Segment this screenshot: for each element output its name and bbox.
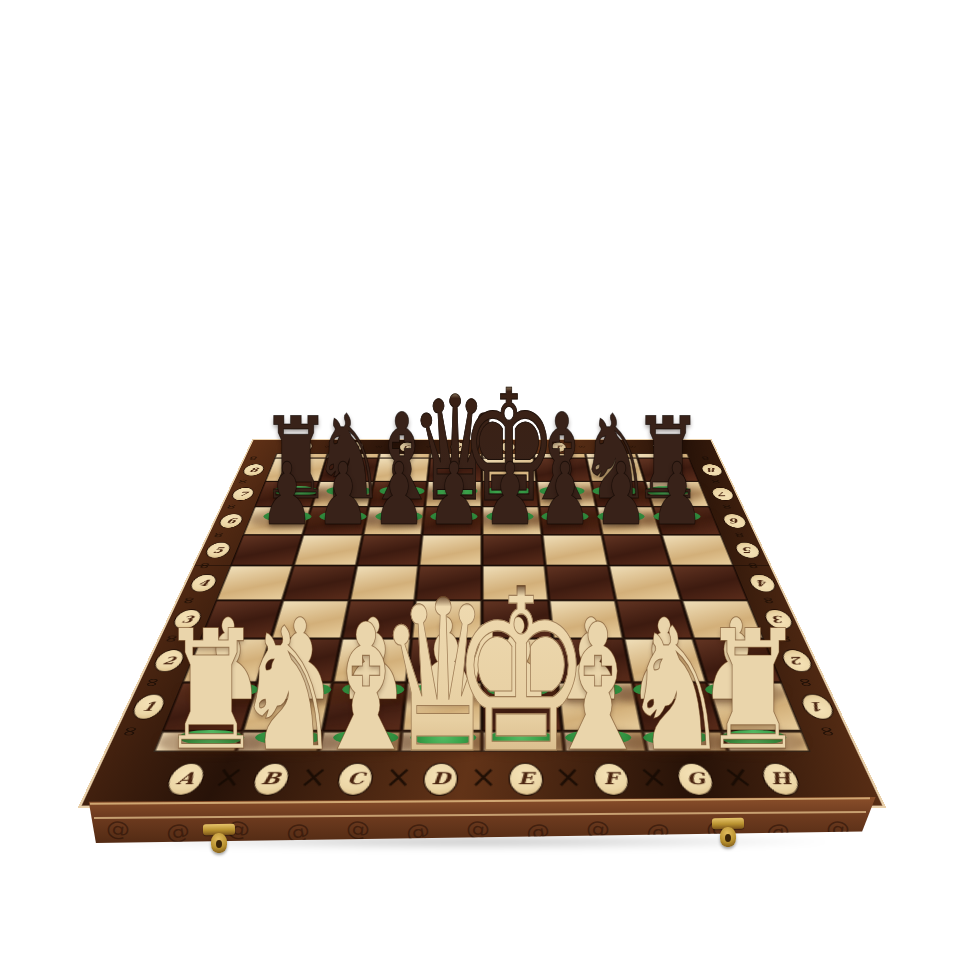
front-strip-cell	[318, 731, 402, 752]
square-h5[interactable]	[661, 535, 734, 566]
square-a2[interactable]	[182, 639, 270, 682]
square-e4[interactable]	[482, 566, 549, 600]
scroll-ornament-icon: ×	[553, 762, 583, 793]
square-g5[interactable]	[602, 535, 671, 566]
scroll-ornament-icon: ×	[211, 762, 247, 793]
file-label-back-f: F	[551, 442, 568, 452]
square-f8[interactable]	[534, 458, 591, 481]
rank-label-left-8: 8	[241, 464, 266, 476]
rank-label-left-3: 3	[170, 609, 205, 629]
scroll-ornament-icon: ×	[637, 762, 670, 793]
wooden-chess-set-photo: ABCDEFGHABCDEFGH1122334455667788×∞×∞×∞×∞…	[0, 0, 960, 960]
scroll-ornament-icon: ∞	[375, 444, 384, 448]
square-c3[interactable]	[341, 600, 415, 639]
rank-label-right-3: 3	[762, 609, 797, 629]
rank-label-right-1: 1	[798, 694, 839, 720]
scroll-ornament-icon: ∞	[425, 444, 433, 448]
file-label-front-f: F	[591, 763, 631, 796]
square-e3[interactable]	[482, 600, 553, 639]
rank-label-left-4: 4	[187, 574, 219, 592]
front-strip-cell	[400, 731, 482, 752]
square-a4[interactable]	[216, 566, 293, 600]
file-label-back-e: E	[500, 442, 516, 452]
file-label-back-d: D	[450, 442, 466, 452]
square-e2[interactable]	[482, 639, 557, 682]
square-b8[interactable]	[319, 458, 378, 481]
square-f2[interactable]	[553, 639, 632, 682]
square-c8[interactable]	[373, 458, 430, 481]
square-d8[interactable]	[428, 458, 482, 481]
scroll-ornament-icon: ∞	[577, 444, 586, 448]
back-strip-cell	[274, 453, 327, 458]
scroll-ornament-icon: ×	[297, 762, 330, 793]
square-f5[interactable]	[542, 535, 608, 566]
square-g7[interactable]	[591, 481, 653, 506]
burn-mark	[594, 738, 613, 745]
file-label-back-a: A	[296, 442, 315, 452]
square-a8[interactable]	[265, 458, 326, 481]
chess-board: ABCDEFGHABCDEFGH1122334455667788×∞×∞×∞×∞…	[82, 440, 883, 805]
square-h7[interactable]	[645, 481, 710, 506]
rank-label-right-2: 2	[778, 649, 816, 672]
file-label-front-h: H	[758, 763, 805, 796]
square-g4[interactable]	[608, 566, 682, 600]
square-f4[interactable]	[545, 566, 615, 600]
front-strip-cell	[235, 731, 321, 752]
file-label-back-h: H	[651, 442, 670, 452]
scroll-ornament-icon: ∞	[792, 677, 821, 686]
square-e8[interactable]	[482, 458, 536, 481]
square-h2[interactable]	[694, 639, 782, 682]
square-b3[interactable]	[270, 600, 348, 639]
square-h6[interactable]	[653, 507, 721, 535]
scroll-ornament-icon: ∞	[628, 444, 637, 448]
board-frame: ABCDEFGHABCDEFGH1122334455667788×∞×∞×∞×∞…	[82, 440, 883, 805]
scroll-ornament-icon: ∞	[234, 479, 254, 484]
latch-clasp	[211, 833, 227, 853]
scroll-ornament-icon: ×	[720, 762, 756, 793]
square-c4[interactable]	[349, 566, 419, 600]
back-strip-cell	[533, 453, 585, 458]
square-a3[interactable]	[200, 600, 282, 639]
scroll-ornament-icon: ∞	[774, 634, 801, 642]
fold-seam	[194, 565, 770, 566]
square-e7[interactable]	[482, 481, 539, 506]
square-c1[interactable]	[322, 682, 407, 731]
rank-label-right-5: 5	[733, 542, 763, 558]
file-label-front-a: A	[162, 763, 209, 796]
square-c2[interactable]	[332, 639, 411, 682]
square-d2[interactable]	[407, 639, 482, 682]
front-strip-cell	[153, 731, 242, 752]
rank-label-left-7: 7	[229, 488, 256, 501]
carved-swirl-icon: @	[164, 820, 191, 844]
square-e6[interactable]	[482, 507, 542, 535]
latch-clasp	[720, 827, 736, 847]
scroll-ornament-icon: ∞	[160, 634, 187, 642]
scroll-ornament-icon: ∞	[743, 562, 767, 569]
carved-swirl-icon: @	[345, 817, 372, 841]
burn-mark	[269, 738, 289, 745]
rank-label-right-4: 4	[746, 574, 778, 592]
scroll-ornament-icon: ∞	[139, 677, 168, 686]
scroll-ornament-icon: ∞	[116, 726, 147, 737]
square-b2[interactable]	[257, 639, 341, 682]
back-strip-cell	[378, 453, 430, 458]
square-b5[interactable]	[293, 535, 362, 566]
square-h8[interactable]	[638, 458, 699, 481]
carved-swirl-icon: @	[105, 817, 132, 841]
rank-label-left-6: 6	[217, 514, 245, 529]
square-a7[interactable]	[254, 481, 319, 506]
scroll-ornament-icon: ∞	[813, 726, 844, 737]
rank-label-right-7: 7	[710, 488, 737, 501]
rank-label-left-1: 1	[128, 694, 169, 720]
back-strip-cell	[585, 453, 638, 458]
square-d3[interactable]	[411, 600, 482, 639]
scroll-ornament-icon: ∞	[718, 504, 739, 509]
back-strip-cell	[326, 453, 379, 458]
burn-mark	[756, 738, 776, 745]
scroll-ornament-icon: ∞	[730, 532, 752, 538]
front-strip-cell	[722, 731, 811, 752]
square-b7[interactable]	[311, 481, 373, 506]
scroll-ornament-icon: ∞	[527, 444, 535, 448]
file-label-front-c: C	[336, 763, 376, 796]
scroll-ornament-icon: ∞	[245, 456, 264, 460]
square-c7[interactable]	[368, 481, 428, 506]
scroll-ornament-icon: ∞	[707, 479, 727, 484]
square-h3[interactable]	[682, 600, 764, 639]
square-e1[interactable]	[482, 682, 562, 731]
square-a1[interactable]	[162, 682, 257, 731]
scroll-ornament-icon: ∞	[757, 596, 782, 603]
scroll-ornament-icon: ×	[470, 762, 497, 793]
front-strip-cell	[482, 731, 564, 752]
square-g8[interactable]	[586, 458, 645, 481]
square-f6[interactable]	[539, 507, 602, 535]
burn-mark	[351, 738, 370, 745]
square-h1[interactable]	[707, 682, 802, 731]
burn-mark	[514, 738, 532, 745]
scroll-ornament-icon: ∞	[178, 596, 203, 603]
scroll-ornament-icon: ∞	[194, 562, 218, 569]
square-d4[interactable]	[415, 566, 482, 600]
file-label-front-e: E	[508, 763, 544, 796]
square-f1[interactable]	[557, 682, 642, 731]
square-h4[interactable]	[671, 566, 748, 600]
square-d5[interactable]	[419, 535, 482, 566]
front-strip-cell	[562, 731, 646, 752]
scroll-ornament-icon: ×	[383, 762, 413, 793]
scroll-ornament-icon: ∞	[209, 532, 231, 538]
rank-label-right-8: 8	[699, 464, 724, 476]
scroll-ornament-icon: ∞	[222, 504, 243, 509]
square-f3[interactable]	[549, 600, 623, 639]
burn-mark	[675, 738, 695, 745]
rank-label-left-2: 2	[150, 649, 187, 672]
file-label-front-g: G	[675, 763, 718, 796]
square-a5[interactable]	[230, 535, 303, 566]
square-e5[interactable]	[482, 535, 545, 566]
rank-label-right-6: 6	[721, 514, 749, 529]
square-f7[interactable]	[536, 481, 596, 506]
file-label-back-b: B	[347, 442, 365, 452]
burn-mark	[188, 738, 208, 745]
scroll-ornament-icon: ∞	[476, 444, 484, 448]
file-label-back-c: C	[398, 442, 415, 452]
file-label-front-d: D	[422, 763, 458, 796]
square-b1[interactable]	[242, 682, 332, 731]
square-b4[interactable]	[282, 566, 356, 600]
file-label-back-g: G	[601, 442, 619, 452]
scroll-ornament-icon: ∞	[697, 456, 716, 460]
back-strip-cell	[636, 453, 689, 458]
rank-label-left-5: 5	[203, 542, 233, 558]
square-d1[interactable]	[402, 682, 482, 731]
square-g3[interactable]	[615, 600, 693, 639]
square-c6[interactable]	[362, 507, 425, 535]
square-g6[interactable]	[596, 507, 662, 535]
back-strip-cell	[482, 453, 534, 458]
back-strip-cell	[430, 453, 482, 458]
square-g2[interactable]	[623, 639, 707, 682]
front-strip-cell	[642, 731, 728, 752]
square-b6[interactable]	[303, 507, 369, 535]
file-label-front-b: B	[249, 763, 292, 796]
square-c5[interactable]	[356, 535, 422, 566]
square-a6[interactable]	[243, 507, 311, 535]
square-d6[interactable]	[422, 507, 482, 535]
burn-mark	[432, 738, 450, 745]
scroll-ornament-icon: ∞	[324, 444, 333, 448]
square-d7[interactable]	[425, 481, 482, 506]
